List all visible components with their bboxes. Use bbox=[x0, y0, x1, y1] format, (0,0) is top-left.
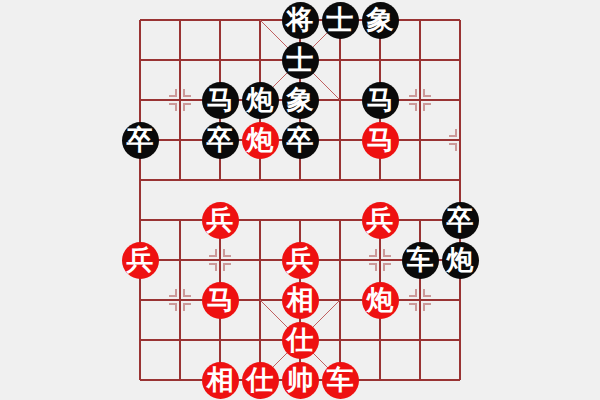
board-point[interactable] bbox=[160, 360, 200, 400]
board-point[interactable] bbox=[120, 0, 160, 40]
board-point[interactable] bbox=[320, 40, 360, 80]
board-point[interactable] bbox=[440, 320, 480, 360]
board-point[interactable]: 车 bbox=[320, 360, 360, 400]
board-point[interactable] bbox=[160, 200, 200, 240]
board-point[interactable] bbox=[320, 120, 360, 160]
board-point[interactable]: 马 bbox=[200, 80, 240, 120]
piece-black-advisor[interactable]: 士 bbox=[322, 2, 359, 39]
board-point[interactable] bbox=[200, 160, 240, 200]
board-point[interactable] bbox=[320, 200, 360, 240]
board-point[interactable] bbox=[400, 80, 440, 120]
board-point[interactable]: 士 bbox=[320, 0, 360, 40]
board-point[interactable]: 兵 bbox=[280, 240, 320, 280]
board-point[interactable] bbox=[440, 40, 480, 80]
piece-black-pawn[interactable]: 卒 bbox=[282, 122, 319, 159]
board-point[interactable] bbox=[400, 200, 440, 240]
board-point[interactable]: 马 bbox=[360, 80, 400, 120]
board-point[interactable]: 兵 bbox=[120, 240, 160, 280]
piece-red-chariot[interactable]: 车 bbox=[322, 362, 359, 399]
piece-red-pawn[interactable]: 兵 bbox=[122, 242, 159, 279]
board-point[interactable]: 卒 bbox=[200, 120, 240, 160]
board-point[interactable]: 炮 bbox=[240, 120, 280, 160]
board-point[interactable] bbox=[240, 320, 280, 360]
board-point[interactable]: 兵 bbox=[200, 200, 240, 240]
board-point[interactable]: 卒 bbox=[120, 120, 160, 160]
board-point[interactable] bbox=[120, 200, 160, 240]
piece-red-cannon[interactable]: 炮 bbox=[242, 122, 279, 159]
board-point[interactable] bbox=[200, 240, 240, 280]
board-point[interactable] bbox=[440, 160, 480, 200]
board-point[interactable]: 象 bbox=[280, 80, 320, 120]
board-point[interactable] bbox=[120, 280, 160, 320]
piece-red-general[interactable]: 帅 bbox=[282, 362, 319, 399]
board-point[interactable]: 炮 bbox=[240, 80, 280, 120]
piece-red-pawn[interactable]: 兵 bbox=[362, 202, 399, 239]
board-point[interactable]: 车 bbox=[400, 240, 440, 280]
board-point[interactable] bbox=[280, 200, 320, 240]
piece-red-horse[interactable]: 马 bbox=[362, 122, 399, 159]
piece-black-cannon[interactable]: 炮 bbox=[242, 82, 279, 119]
board-point[interactable] bbox=[360, 320, 400, 360]
board-point[interactable]: 马 bbox=[360, 120, 400, 160]
board-point[interactable] bbox=[400, 0, 440, 40]
board-point[interactable] bbox=[400, 120, 440, 160]
board-point[interactable] bbox=[120, 40, 160, 80]
piece-black-chariot[interactable]: 车 bbox=[402, 242, 439, 279]
piece-black-general[interactable]: 将 bbox=[282, 2, 319, 39]
board-point[interactable] bbox=[440, 80, 480, 120]
board-point[interactable]: 炮 bbox=[360, 280, 400, 320]
board-point[interactable] bbox=[440, 360, 480, 400]
board-point[interactable]: 象 bbox=[360, 0, 400, 40]
board-point[interactable] bbox=[440, 120, 480, 160]
board-point[interactable] bbox=[200, 0, 240, 40]
piece-black-pawn[interactable]: 卒 bbox=[122, 122, 159, 159]
board-point[interactable] bbox=[200, 320, 240, 360]
board-point[interactable] bbox=[240, 160, 280, 200]
piece-black-horse[interactable]: 马 bbox=[362, 82, 399, 119]
board-point[interactable] bbox=[120, 320, 160, 360]
board-point[interactable] bbox=[320, 80, 360, 120]
board-point[interactable] bbox=[320, 160, 360, 200]
board-point[interactable] bbox=[240, 240, 280, 280]
board-point[interactable] bbox=[120, 160, 160, 200]
piece-black-pawn[interactable]: 卒 bbox=[202, 122, 239, 159]
board-point[interactable] bbox=[440, 0, 480, 40]
board-point[interactable] bbox=[160, 320, 200, 360]
piece-black-horse[interactable]: 马 bbox=[202, 82, 239, 119]
board-point[interactable] bbox=[240, 0, 280, 40]
board-point[interactable] bbox=[160, 280, 200, 320]
board-point[interactable]: 将 bbox=[280, 0, 320, 40]
board-point[interactable] bbox=[320, 240, 360, 280]
board-point[interactable]: 相 bbox=[200, 360, 240, 400]
board-point[interactable] bbox=[160, 240, 200, 280]
piece-red-elephant[interactable]: 相 bbox=[202, 362, 239, 399]
board-point[interactable] bbox=[160, 0, 200, 40]
board-point[interactable] bbox=[160, 80, 200, 120]
board-point[interactable] bbox=[400, 280, 440, 320]
board-point[interactable] bbox=[320, 280, 360, 320]
board-point[interactable]: 帅 bbox=[280, 360, 320, 400]
piece-red-pawn[interactable]: 兵 bbox=[282, 242, 319, 279]
board-point[interactable] bbox=[120, 80, 160, 120]
piece-black-elephant[interactable]: 象 bbox=[282, 82, 319, 119]
board-point[interactable] bbox=[360, 360, 400, 400]
board-point[interactable]: 士 bbox=[280, 40, 320, 80]
board-point[interactable] bbox=[360, 40, 400, 80]
board-point[interactable] bbox=[160, 160, 200, 200]
board-point[interactable] bbox=[160, 120, 200, 160]
board-point[interactable] bbox=[240, 280, 280, 320]
board-point[interactable] bbox=[120, 360, 160, 400]
piece-red-advisor[interactable]: 仕 bbox=[242, 362, 279, 399]
board-point[interactable] bbox=[400, 320, 440, 360]
board-point[interactable] bbox=[360, 240, 400, 280]
board-point[interactable] bbox=[200, 40, 240, 80]
board-point[interactable]: 相 bbox=[280, 280, 320, 320]
piece-red-elephant[interactable]: 相 bbox=[282, 282, 319, 319]
xiangqi-app: 将士象士马炮象马卒卒炮卒马兵兵卒兵兵车炮马相炮仕相仕帅车 bbox=[0, 0, 600, 400]
board-point[interactable] bbox=[360, 160, 400, 200]
piece-red-pawn[interactable]: 兵 bbox=[202, 202, 239, 239]
piece-black-advisor[interactable]: 士 bbox=[282, 42, 319, 79]
piece-black-elephant[interactable]: 象 bbox=[362, 2, 399, 39]
piece-red-horse[interactable]: 马 bbox=[202, 282, 239, 319]
board-point[interactable]: 仕 bbox=[280, 320, 320, 360]
board-point[interactable] bbox=[400, 360, 440, 400]
xiangqi-board: 将士象士马炮象马卒卒炮卒马兵兵卒兵兵车炮马相炮仕相仕帅车 bbox=[120, 0, 480, 400]
board-point[interactable]: 兵 bbox=[360, 200, 400, 240]
board-point[interactable]: 仕 bbox=[240, 360, 280, 400]
board-point[interactable]: 卒 bbox=[280, 120, 320, 160]
board-point[interactable]: 炮 bbox=[440, 240, 480, 280]
board-point[interactable] bbox=[240, 200, 280, 240]
board-point[interactable] bbox=[320, 320, 360, 360]
board-point[interactable]: 马 bbox=[200, 280, 240, 320]
board-point[interactable] bbox=[280, 160, 320, 200]
board-point[interactable] bbox=[400, 160, 440, 200]
board-point[interactable] bbox=[240, 40, 280, 80]
board-point[interactable] bbox=[160, 40, 200, 80]
piece-red-advisor[interactable]: 仕 bbox=[282, 322, 319, 359]
board-point[interactable]: 卒 bbox=[440, 200, 480, 240]
board-point[interactable] bbox=[440, 280, 480, 320]
piece-black-pawn[interactable]: 卒 bbox=[442, 202, 479, 239]
piece-red-cannon[interactable]: 炮 bbox=[362, 282, 399, 319]
board-point[interactable] bbox=[400, 40, 440, 80]
piece-black-cannon[interactable]: 炮 bbox=[442, 242, 479, 279]
